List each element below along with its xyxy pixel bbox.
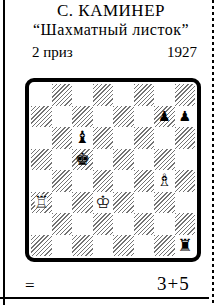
square-f8 — [134, 84, 155, 106]
square-e1 — [113, 235, 134, 257]
year-label: 1927 — [167, 44, 197, 61]
square-c7 — [72, 106, 93, 128]
page-left-border — [3, 0, 5, 305]
square-d5 — [93, 149, 114, 171]
square-e7 — [113, 106, 134, 128]
square-g3 — [154, 192, 175, 214]
square-d4 — [93, 170, 114, 192]
square-a8 — [31, 84, 52, 106]
square-d3: ♔ — [93, 192, 114, 214]
page-bottom-border — [0, 297, 209, 299]
square-c4 — [72, 170, 93, 192]
square-d8 — [93, 84, 114, 106]
prize-label: 2 приз — [32, 44, 73, 61]
square-c3 — [72, 192, 93, 214]
chess-board-frame: ♟♟♝♚♗♖♔♜ — [25, 78, 201, 262]
square-a1 — [31, 235, 52, 257]
square-c2 — [72, 213, 93, 235]
square-g6 — [154, 127, 175, 149]
black-pawn: ♟ — [178, 109, 191, 123]
square-b7 — [52, 106, 73, 128]
square-h3 — [175, 192, 196, 214]
black-king: ♚ — [75, 151, 90, 168]
page-right-border — [212, 0, 214, 305]
square-b3 — [52, 192, 73, 214]
square-h6 — [175, 127, 196, 149]
diagram-page: С. КАМИНЕР “Шахматный листок” 2 приз 192… — [0, 0, 222, 305]
stipulation-label: = — [25, 276, 35, 296]
black-pawn: ♟ — [158, 109, 171, 123]
square-e2 — [113, 213, 134, 235]
square-e4 — [113, 170, 134, 192]
square-a4 — [31, 170, 52, 192]
square-b4 — [52, 170, 73, 192]
material-count: 3+5 — [157, 273, 190, 295]
author-name: С. КАМИНЕР — [0, 1, 222, 21]
black-rook: ♜ — [177, 237, 192, 254]
square-f4 — [134, 170, 155, 192]
square-f7 — [134, 106, 155, 128]
black-bishop: ♝ — [75, 129, 90, 146]
square-b8 — [52, 84, 73, 106]
square-c6: ♝ — [72, 127, 93, 149]
square-a7 — [31, 106, 52, 128]
square-h7: ♟ — [175, 106, 196, 128]
square-f5 — [134, 149, 155, 171]
square-a5 — [31, 149, 52, 171]
square-b1 — [52, 235, 73, 257]
square-g8 — [154, 84, 175, 106]
square-h1: ♜ — [175, 235, 196, 257]
square-d6 — [93, 127, 114, 149]
board-grid: ♟♟♝♚♗♖♔♜ — [31, 84, 195, 256]
square-b2 — [52, 213, 73, 235]
square-b6 — [52, 127, 73, 149]
square-a6 — [31, 127, 52, 149]
white-king: ♔ — [95, 194, 110, 211]
square-c5: ♚ — [72, 149, 93, 171]
square-g5 — [154, 149, 175, 171]
square-e5 — [113, 149, 134, 171]
square-f3 — [134, 192, 155, 214]
white-rook: ♖ — [34, 194, 49, 211]
square-f6 — [134, 127, 155, 149]
square-h4 — [175, 170, 196, 192]
square-g1 — [154, 235, 175, 257]
square-a3: ♖ — [31, 192, 52, 214]
square-e3 — [113, 192, 134, 214]
square-h5 — [175, 149, 196, 171]
square-d2 — [93, 213, 114, 235]
square-g2 — [154, 213, 175, 235]
square-f1 — [134, 235, 155, 257]
square-f2 — [134, 213, 155, 235]
square-c8 — [72, 84, 93, 106]
square-b5 — [52, 149, 73, 171]
square-c1 — [72, 235, 93, 257]
prize-year-row: 2 приз 1927 — [32, 44, 197, 61]
square-h8 — [175, 84, 196, 106]
source-title: “Шахматный листок” — [0, 21, 222, 39]
square-g7: ♟ — [154, 106, 175, 128]
square-e6 — [113, 127, 134, 149]
square-d7 — [93, 106, 114, 128]
square-d1 — [93, 235, 114, 257]
square-e8 — [113, 84, 134, 106]
white-bishop: ♗ — [157, 172, 172, 189]
square-h2 — [175, 213, 196, 235]
square-a2 — [31, 213, 52, 235]
square-g4: ♗ — [154, 170, 175, 192]
